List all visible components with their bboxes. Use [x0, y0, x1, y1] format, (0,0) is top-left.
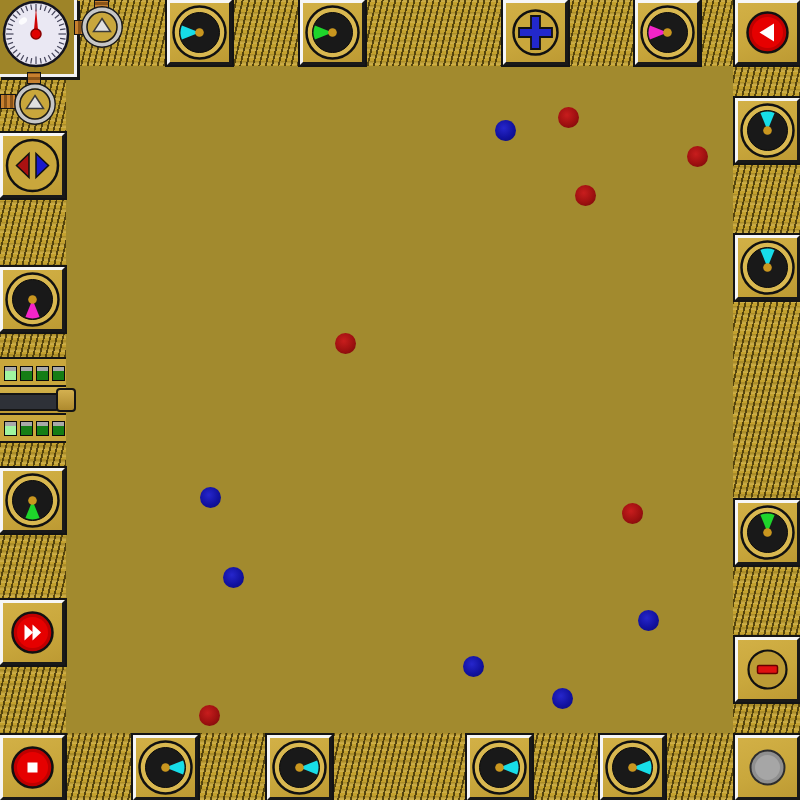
dial-bottom-3[interactable] — [467, 735, 532, 800]
red-ball — [199, 705, 220, 726]
led-row-bottom — [4, 421, 65, 436]
led-indicator — [36, 421, 49, 436]
led-indicator — [4, 421, 17, 436]
slider-track — [0, 393, 64, 411]
blue-ball — [495, 120, 516, 141]
led-indicator — [36, 366, 49, 381]
blue-ball — [463, 656, 484, 677]
dial-bottom-2[interactable] — [267, 735, 332, 800]
blue-ball — [223, 567, 244, 588]
red-ball — [575, 185, 596, 206]
led-indicator — [52, 366, 65, 381]
dial-top-3[interactable] — [635, 0, 700, 65]
valve-button-top[interactable] — [80, 5, 124, 49]
slider-housing — [0, 385, 66, 415]
gray-button[interactable] — [735, 735, 800, 800]
led-indicator — [52, 421, 65, 436]
led-indicator — [20, 421, 33, 436]
dial-right-2[interactable] — [735, 235, 800, 300]
dial-top-1[interactable] — [167, 0, 232, 65]
stop-button[interactable] — [0, 735, 65, 800]
dial-bottom-4[interactable] — [600, 735, 665, 800]
red-ball — [687, 146, 708, 167]
blue-ball — [638, 610, 659, 631]
blue-ball — [200, 487, 221, 508]
gray-disc-icon — [755, 755, 780, 780]
back-button[interactable] — [735, 0, 800, 65]
machine-frame — [0, 0, 800, 800]
dial-left-1[interactable] — [0, 267, 65, 332]
led-indicator — [4, 366, 17, 381]
board-surface — [66, 66, 733, 733]
dial-top-2[interactable] — [300, 0, 365, 65]
red-ball — [622, 503, 643, 524]
stop-square-icon — [28, 763, 38, 773]
red-blue-toggle[interactable] — [0, 133, 65, 198]
minus-icon — [758, 666, 778, 674]
valve-button-left[interactable] — [13, 82, 57, 126]
led-indicator — [20, 366, 33, 381]
minus-button[interactable] — [735, 637, 800, 702]
red-ball — [558, 107, 579, 128]
pressure-gauge — [0, 0, 77, 77]
slider-knob[interactable] — [56, 388, 76, 412]
dial-bottom-1[interactable] — [133, 735, 198, 800]
dial-right-1[interactable] — [735, 98, 800, 163]
led-slider-panel — [0, 357, 66, 443]
dial-right-3[interactable] — [735, 500, 800, 565]
led-row-top — [4, 366, 65, 381]
red-ball — [335, 333, 356, 354]
fast-forward-button[interactable] — [0, 600, 65, 665]
dial-left-2[interactable] — [0, 468, 65, 533]
blue-ball — [552, 688, 573, 709]
plus-button[interactable] — [503, 0, 568, 65]
